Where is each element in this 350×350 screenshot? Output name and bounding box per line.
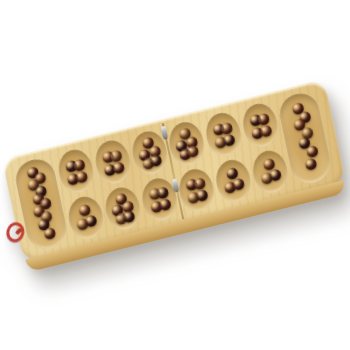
pit-top-6[interactable] — [239, 100, 281, 150]
stone-marble — [304, 157, 317, 170]
stone-marble — [257, 112, 270, 125]
stone-marble — [73, 158, 86, 171]
pit-bottom-2[interactable] — [102, 183, 144, 233]
stone-marble — [305, 145, 318, 158]
pit-top-1[interactable] — [55, 146, 97, 196]
mancala-board — [2, 79, 346, 263]
stone-marble — [43, 227, 56, 240]
pit-bottom-1[interactable] — [65, 193, 107, 243]
stone-marble — [122, 210, 135, 223]
pit-bottom-6[interactable] — [249, 147, 291, 197]
pit-top-4[interactable] — [166, 118, 208, 168]
product-photo-background — [0, 0, 350, 350]
pit-bottom-5[interactable] — [212, 156, 254, 206]
stone-marble — [220, 121, 233, 134]
stone-marble — [110, 149, 123, 162]
pit-bottom-4[interactable] — [175, 165, 217, 215]
pit-top-2[interactable] — [92, 137, 134, 187]
mancala-board-wrapper — [2, 79, 346, 263]
pit-top-5[interactable] — [202, 109, 244, 159]
hinge-icon — [160, 126, 167, 139]
